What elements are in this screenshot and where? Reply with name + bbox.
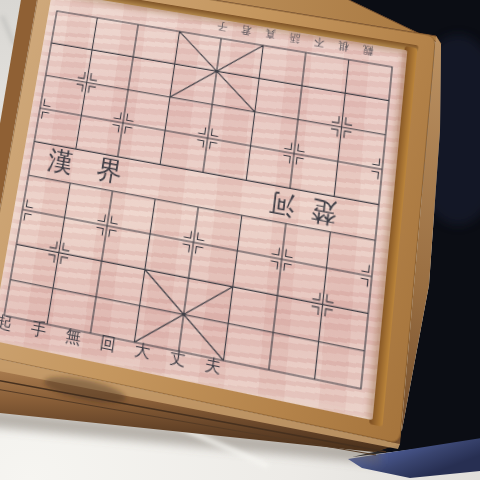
- board-paper: 觀棋不語真君子 漢界 楚河 起手無回大丈夫: [0, 0, 407, 420]
- photo-scene: { "game": "xiangqi", "board": { "files":…: [0, 0, 480, 480]
- table-corner-streak: [2, 16, 14, 44]
